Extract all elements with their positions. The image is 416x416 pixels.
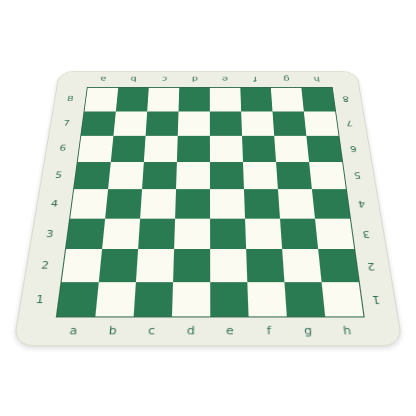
square-b5[interactable] bbox=[108, 162, 144, 189]
square-d5[interactable] bbox=[176, 162, 210, 189]
square-f3[interactable] bbox=[245, 218, 282, 249]
square-e3[interactable] bbox=[210, 218, 246, 249]
square-a6[interactable] bbox=[78, 136, 114, 162]
square-e6[interactable] bbox=[210, 136, 243, 162]
board-grid bbox=[56, 87, 365, 317]
square-h7[interactable] bbox=[304, 111, 339, 136]
square-g1[interactable] bbox=[284, 282, 325, 317]
rank-label-left-1: 1 bbox=[20, 282, 60, 317]
rank-label-left-3: 3 bbox=[31, 218, 68, 249]
square-c2[interactable] bbox=[136, 249, 174, 282]
square-a4[interactable] bbox=[70, 189, 108, 218]
file-label-top-b: b bbox=[118, 73, 150, 86]
square-a2[interactable] bbox=[62, 249, 102, 282]
square-c8[interactable] bbox=[147, 88, 179, 111]
file-labels-bottom: abcdefgh bbox=[52, 316, 369, 345]
file-label-top-d: d bbox=[179, 73, 210, 86]
square-c6[interactable] bbox=[144, 136, 178, 162]
square-b1[interactable] bbox=[95, 282, 136, 317]
square-c4[interactable] bbox=[140, 189, 176, 218]
square-g5[interactable] bbox=[276, 162, 312, 189]
square-a7[interactable] bbox=[81, 111, 116, 136]
square-g8[interactable] bbox=[271, 88, 304, 111]
square-c3[interactable] bbox=[138, 218, 175, 249]
square-d8[interactable] bbox=[179, 88, 210, 111]
square-c7[interactable] bbox=[146, 111, 179, 136]
rank-label-left-7: 7 bbox=[50, 111, 83, 136]
square-f8[interactable] bbox=[240, 88, 272, 111]
file-label-top-c: c bbox=[148, 73, 179, 86]
square-d6[interactable] bbox=[177, 136, 210, 162]
square-g7[interactable] bbox=[272, 111, 306, 136]
rank-label-left-5: 5 bbox=[41, 162, 76, 190]
square-e5[interactable] bbox=[210, 162, 244, 189]
square-b4[interactable] bbox=[105, 189, 142, 218]
square-d4[interactable] bbox=[175, 189, 210, 218]
square-h1[interactable] bbox=[322, 282, 364, 317]
square-a8[interactable] bbox=[85, 88, 119, 111]
file-label-bottom-d: d bbox=[171, 316, 211, 345]
square-h5[interactable] bbox=[309, 162, 346, 189]
square-c5[interactable] bbox=[142, 162, 177, 189]
file-label-bottom-g: g bbox=[287, 316, 329, 345]
square-f1[interactable] bbox=[247, 282, 287, 317]
square-g4[interactable] bbox=[278, 189, 315, 218]
square-b8[interactable] bbox=[116, 88, 149, 111]
square-h2[interactable] bbox=[318, 249, 359, 282]
file-label-bottom-b: b bbox=[92, 316, 133, 345]
square-f2[interactable] bbox=[246, 249, 284, 282]
square-h4[interactable] bbox=[312, 189, 350, 218]
square-a5[interactable] bbox=[74, 162, 111, 189]
chess-mat: abcdefgh 87654321 87654321 abcdefgh bbox=[13, 71, 404, 346]
square-d1[interactable] bbox=[172, 282, 210, 317]
square-h3[interactable] bbox=[315, 218, 354, 249]
square-a3[interactable] bbox=[66, 218, 105, 249]
file-label-top-h: h bbox=[300, 73, 332, 86]
square-f5[interactable] bbox=[243, 162, 278, 189]
square-a1[interactable] bbox=[57, 282, 99, 317]
file-label-bottom-e: e bbox=[210, 316, 250, 345]
square-f7[interactable] bbox=[241, 111, 274, 136]
square-g3[interactable] bbox=[280, 218, 318, 249]
square-h8[interactable] bbox=[301, 88, 335, 111]
rank-label-left-2: 2 bbox=[26, 249, 64, 282]
square-b7[interactable] bbox=[113, 111, 147, 136]
square-e4[interactable] bbox=[210, 189, 245, 218]
file-label-top-e: e bbox=[210, 73, 241, 86]
square-e7[interactable] bbox=[210, 111, 242, 136]
square-b3[interactable] bbox=[102, 218, 140, 249]
file-label-bottom-f: f bbox=[249, 316, 290, 345]
file-label-top-g: g bbox=[270, 73, 302, 86]
file-label-bottom-a: a bbox=[52, 316, 94, 345]
file-label-top-f: f bbox=[240, 73, 271, 86]
rank-label-left-6: 6 bbox=[46, 135, 80, 161]
square-b6[interactable] bbox=[111, 136, 146, 162]
square-b2[interactable] bbox=[99, 249, 138, 282]
square-f4[interactable] bbox=[244, 189, 280, 218]
file-labels-top: abcdefgh bbox=[87, 73, 332, 86]
square-e2[interactable] bbox=[210, 249, 247, 282]
square-f6[interactable] bbox=[242, 136, 276, 162]
rank-label-left-8: 8 bbox=[54, 87, 86, 111]
square-g6[interactable] bbox=[274, 136, 309, 162]
square-c1[interactable] bbox=[134, 282, 173, 317]
product-photo-background: { "game": "chess", "position": { "fen": … bbox=[0, 0, 416, 416]
square-e8[interactable] bbox=[210, 88, 241, 111]
file-label-bottom-c: c bbox=[131, 316, 171, 345]
rank-label-left-4: 4 bbox=[36, 189, 72, 218]
square-d3[interactable] bbox=[174, 218, 210, 249]
square-h6[interactable] bbox=[306, 136, 342, 162]
file-label-top-a: a bbox=[87, 73, 119, 86]
square-d2[interactable] bbox=[173, 249, 210, 282]
perspective-scene: abcdefgh 87654321 87654321 abcdefgh bbox=[13, 71, 404, 346]
file-label-bottom-h: h bbox=[326, 316, 369, 345]
square-e1[interactable] bbox=[210, 282, 248, 317]
square-d7[interactable] bbox=[178, 111, 210, 136]
square-g2[interactable] bbox=[282, 249, 321, 282]
